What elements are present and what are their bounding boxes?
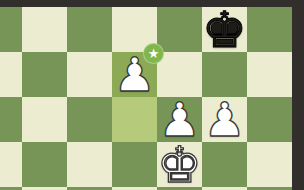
white-pawn[interactable]: ♟ (203, 96, 245, 143)
square-b4[interactable] (0, 187, 22, 190)
square-e5[interactable] (112, 142, 157, 187)
square-g4[interactable] (202, 187, 247, 190)
square-h8[interactable] (247, 7, 292, 52)
black-king[interactable]: ♚ (202, 5, 247, 55)
square-c4[interactable] (22, 187, 67, 190)
square-h5[interactable] (247, 142, 292, 187)
square-c8[interactable] (22, 7, 67, 52)
square-f5[interactable]: ♚ (157, 142, 202, 187)
square-d6[interactable] (67, 97, 112, 142)
square-g7[interactable] (202, 52, 247, 97)
square-g5[interactable] (202, 142, 247, 187)
best-move-star-badge: ★ (143, 43, 164, 64)
square-d5[interactable] (67, 142, 112, 187)
square-d8[interactable] (67, 7, 112, 52)
star-icon: ★ (148, 47, 160, 60)
square-d7[interactable] (67, 52, 112, 97)
chess-app-viewport: ♚♟★♟♟♚ (0, 0, 304, 190)
chess-board: ♚♟★♟♟♚ (0, 7, 292, 190)
square-c5[interactable] (22, 142, 67, 187)
square-b7[interactable] (0, 52, 22, 97)
square-g6[interactable]: ♟ (202, 97, 247, 142)
square-h4[interactable] (247, 187, 292, 190)
square-f8[interactable] (157, 7, 202, 52)
square-g8[interactable]: ♚ (202, 7, 247, 52)
white-king[interactable]: ♚ (157, 140, 202, 190)
square-d4[interactable] (67, 187, 112, 190)
square-b8[interactable] (0, 7, 22, 52)
square-h7[interactable] (247, 52, 292, 97)
square-e4[interactable] (112, 187, 157, 190)
square-b6[interactable] (0, 97, 22, 142)
square-c6[interactable] (22, 97, 67, 142)
square-h6[interactable] (247, 97, 292, 142)
square-b5[interactable] (0, 142, 22, 187)
square-e6[interactable] (112, 97, 157, 142)
square-c7[interactable] (22, 52, 67, 97)
square-f7[interactable] (157, 52, 202, 97)
square-e7[interactable]: ♟★ (112, 52, 157, 97)
